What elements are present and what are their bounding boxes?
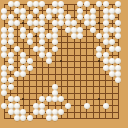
white-stone[interactable]	[33, 1, 39, 7]
white-stone[interactable]	[109, 71, 115, 77]
white-stone[interactable]	[52, 96, 58, 102]
white-stone[interactable]	[58, 8, 64, 14]
white-stone[interactable]	[20, 65, 26, 71]
white-stone[interactable]	[39, 1, 45, 7]
white-stone[interactable]	[52, 84, 58, 90]
white-stone[interactable]	[20, 14, 26, 20]
white-stone[interactable]	[109, 58, 115, 64]
white-stone[interactable]	[8, 33, 14, 39]
white-stone[interactable]	[27, 115, 33, 121]
white-stone[interactable]	[1, 27, 7, 33]
white-stone[interactable]	[71, 27, 77, 33]
white-stone[interactable]	[8, 52, 14, 58]
white-stone[interactable]	[8, 96, 14, 102]
white-stone[interactable]	[115, 58, 121, 64]
white-stone[interactable]	[27, 14, 33, 20]
white-stone[interactable]	[33, 8, 39, 14]
white-stone[interactable]	[8, 39, 14, 45]
white-stone[interactable]	[58, 14, 64, 20]
white-stone[interactable]	[27, 33, 33, 39]
white-stone[interactable]	[77, 1, 83, 7]
white-stone[interactable]	[14, 115, 20, 121]
white-stone[interactable]	[14, 103, 20, 109]
white-stone[interactable]	[96, 1, 102, 7]
white-stone[interactable]	[27, 1, 33, 7]
white-stone[interactable]	[52, 20, 58, 26]
white-stone[interactable]	[46, 33, 52, 39]
white-stone[interactable]	[20, 27, 26, 33]
white-stone[interactable]	[39, 109, 45, 115]
white-stone[interactable]	[115, 71, 121, 77]
white-stone[interactable]	[8, 65, 14, 71]
white-stone[interactable]	[46, 96, 52, 102]
white-stone[interactable]	[103, 65, 109, 71]
white-stone[interactable]	[65, 103, 71, 109]
white-stone[interactable]	[46, 58, 52, 64]
white-stone[interactable]	[65, 20, 71, 26]
white-stone[interactable]	[65, 14, 71, 20]
white-stone[interactable]	[58, 96, 64, 102]
white-stone[interactable]	[14, 96, 20, 102]
white-stone[interactable]	[39, 39, 45, 45]
white-stone[interactable]	[115, 33, 121, 39]
white-stone[interactable]	[1, 14, 7, 20]
star-point	[35, 35, 37, 37]
white-stone[interactable]	[1, 71, 7, 77]
white-stone[interactable]	[1, 65, 7, 71]
white-stone[interactable]	[20, 109, 26, 115]
white-stone[interactable]	[103, 33, 109, 39]
go-board[interactable]	[0, 0, 128, 128]
white-stone[interactable]	[39, 103, 45, 109]
white-stone[interactable]	[8, 84, 14, 90]
white-stone[interactable]	[8, 109, 14, 115]
white-stone[interactable]	[77, 27, 83, 33]
white-stone[interactable]	[103, 52, 109, 58]
white-stone[interactable]	[8, 20, 14, 26]
white-stone[interactable]	[103, 1, 109, 7]
white-stone[interactable]	[20, 71, 26, 77]
white-stone[interactable]	[14, 20, 20, 26]
white-stone[interactable]	[20, 8, 26, 14]
white-stone[interactable]	[39, 46, 45, 52]
white-stone[interactable]	[20, 33, 26, 39]
white-stone[interactable]	[109, 46, 115, 52]
white-stone[interactable]	[115, 1, 121, 7]
white-stone[interactable]	[52, 33, 58, 39]
white-stone[interactable]	[39, 96, 45, 102]
white-stone[interactable]	[1, 90, 7, 96]
white-stone[interactable]	[52, 8, 58, 14]
white-stone[interactable]	[58, 1, 64, 7]
white-stone[interactable]	[14, 46, 20, 52]
white-stone[interactable]	[20, 58, 26, 64]
white-stone[interactable]	[77, 8, 83, 14]
white-stone[interactable]	[52, 27, 58, 33]
white-stone[interactable]	[20, 52, 26, 58]
white-stone[interactable]	[39, 20, 45, 26]
white-stone[interactable]	[103, 39, 109, 45]
white-stone[interactable]	[96, 46, 102, 52]
white-stone[interactable]	[8, 14, 14, 20]
white-stone[interactable]	[109, 8, 115, 14]
white-stone[interactable]	[1, 77, 7, 83]
white-stone[interactable]	[71, 33, 77, 39]
white-stone[interactable]	[96, 52, 102, 58]
white-stone[interactable]	[46, 109, 52, 115]
white-stone[interactable]	[14, 1, 20, 7]
white-stone[interactable]	[1, 33, 7, 39]
white-stone[interactable]	[103, 14, 109, 20]
white-stone[interactable]	[103, 103, 109, 109]
white-stone[interactable]	[1, 84, 7, 90]
white-stone[interactable]	[84, 1, 90, 7]
white-stone[interactable]	[46, 14, 52, 20]
white-stone[interactable]	[52, 39, 58, 45]
white-stone[interactable]	[77, 14, 83, 20]
white-stone[interactable]	[14, 71, 20, 77]
board-gridline-vertical	[80, 4, 81, 119]
white-stone[interactable]	[27, 58, 33, 64]
white-stone[interactable]	[90, 20, 96, 26]
white-stone[interactable]	[84, 103, 90, 109]
white-stone[interactable]	[115, 27, 121, 33]
white-stone[interactable]	[109, 65, 115, 71]
white-stone[interactable]	[8, 27, 14, 33]
white-stone[interactable]	[39, 27, 45, 33]
white-stone[interactable]	[52, 90, 58, 96]
white-stone[interactable]	[46, 52, 52, 58]
white-stone[interactable]	[33, 103, 39, 109]
white-stone[interactable]	[8, 77, 14, 83]
white-stone[interactable]	[109, 14, 115, 20]
white-stone[interactable]	[115, 46, 121, 52]
white-stone[interactable]	[27, 65, 33, 71]
white-stone[interactable]	[52, 46, 58, 52]
white-stone[interactable]	[8, 58, 14, 64]
white-stone[interactable]	[52, 115, 58, 121]
white-stone[interactable]	[1, 46, 7, 52]
white-stone[interactable]	[8, 103, 14, 109]
white-stone[interactable]	[52, 1, 58, 7]
white-stone[interactable]	[58, 109, 64, 115]
white-stone[interactable]	[39, 52, 45, 58]
white-stone[interactable]	[1, 39, 7, 45]
white-stone[interactable]	[33, 109, 39, 115]
white-stone[interactable]	[65, 27, 71, 33]
go-app-window	[0, 0, 128, 128]
white-stone[interactable]	[8, 1, 14, 7]
board-gridline-horizontal	[4, 86, 119, 87]
white-stone[interactable]	[103, 20, 109, 26]
white-stone[interactable]	[1, 103, 7, 109]
white-stone[interactable]	[115, 20, 121, 26]
white-stone[interactable]	[77, 33, 83, 39]
white-stone[interactable]	[103, 27, 109, 33]
white-stone[interactable]	[90, 14, 96, 20]
board-gridline-horizontal	[4, 93, 119, 94]
white-stone[interactable]	[52, 109, 58, 115]
white-stone[interactable]	[90, 27, 96, 33]
board-gridline-horizontal	[4, 80, 119, 81]
white-stone[interactable]	[90, 8, 96, 14]
white-stone[interactable]	[39, 33, 45, 39]
white-stone[interactable]	[109, 39, 115, 45]
white-stone[interactable]	[14, 109, 20, 115]
white-stone[interactable]	[109, 27, 115, 33]
white-stone[interactable]	[1, 8, 7, 14]
white-stone[interactable]	[103, 8, 109, 14]
white-stone[interactable]	[115, 8, 121, 14]
white-stone[interactable]	[46, 8, 52, 14]
white-stone[interactable]	[84, 14, 90, 20]
white-stone[interactable]	[20, 115, 26, 121]
white-stone[interactable]	[115, 77, 121, 83]
white-stone[interactable]	[33, 20, 39, 26]
white-stone[interactable]	[71, 20, 77, 26]
white-stone[interactable]	[46, 115, 52, 121]
white-stone[interactable]	[115, 65, 121, 71]
white-stone[interactable]	[33, 46, 39, 52]
white-stone[interactable]	[103, 58, 109, 64]
white-stone[interactable]	[27, 20, 33, 26]
white-stone[interactable]	[33, 27, 39, 33]
white-stone[interactable]	[27, 39, 33, 45]
white-stone[interactable]	[14, 8, 20, 14]
white-stone[interactable]	[84, 20, 90, 26]
white-stone[interactable]	[96, 33, 102, 39]
white-stone[interactable]	[1, 52, 7, 58]
white-stone[interactable]	[58, 20, 64, 26]
white-stone[interactable]	[39, 14, 45, 20]
